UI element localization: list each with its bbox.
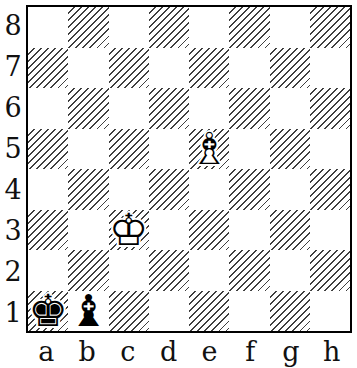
rank-label-5: 5 [0, 128, 26, 169]
rank-labels: 87654321 [0, 5, 26, 333]
square-e5[interactable]: ♝♗ [189, 129, 229, 170]
square-a6[interactable] [28, 88, 68, 129]
white-king-piece[interactable]: ♔ [109, 210, 149, 251]
square-a2[interactable] [28, 250, 68, 291]
square-f4[interactable] [229, 169, 269, 210]
square-c7[interactable] [109, 48, 149, 89]
white-bishop-piece[interactable]: ♗ [189, 129, 229, 170]
square-g2[interactable] [270, 250, 310, 291]
file-label-b: b [67, 334, 108, 368]
square-a3[interactable] [28, 210, 68, 251]
square-c2[interactable] [109, 250, 149, 291]
square-e7[interactable] [189, 48, 229, 89]
square-g7[interactable] [270, 48, 310, 89]
square-c8[interactable] [109, 7, 149, 48]
square-a5[interactable] [28, 129, 68, 170]
square-c5[interactable] [109, 129, 149, 170]
square-e6[interactable] [189, 88, 229, 129]
file-label-a: a [26, 334, 67, 368]
square-d7[interactable] [149, 48, 189, 89]
piece-halo: ♝ [68, 291, 108, 332]
square-d6[interactable] [149, 88, 189, 129]
square-b2[interactable] [68, 250, 108, 291]
square-c6[interactable] [109, 88, 149, 129]
file-label-c: c [108, 334, 149, 368]
square-b5[interactable] [68, 129, 108, 170]
file-label-h: h [311, 334, 352, 368]
square-f1[interactable] [229, 291, 269, 332]
square-h2[interactable] [310, 250, 350, 291]
square-g1[interactable] [270, 291, 310, 332]
square-c1[interactable] [109, 291, 149, 332]
rank-label-7: 7 [0, 46, 26, 87]
square-c4[interactable] [109, 169, 149, 210]
square-h4[interactable] [310, 169, 350, 210]
square-e2[interactable] [189, 250, 229, 291]
square-f3[interactable] [229, 210, 269, 251]
square-b7[interactable] [68, 48, 108, 89]
square-g4[interactable] [270, 169, 310, 210]
black-bishop-piece[interactable]: ♝ [68, 291, 108, 332]
square-a4[interactable] [28, 169, 68, 210]
square-f7[interactable] [229, 48, 269, 89]
file-label-d: d [148, 334, 189, 368]
square-h8[interactable] [310, 7, 350, 48]
square-h3[interactable] [310, 210, 350, 251]
square-d5[interactable] [149, 129, 189, 170]
square-h1[interactable] [310, 291, 350, 332]
square-f5[interactable] [229, 129, 269, 170]
square-g5[interactable] [270, 129, 310, 170]
square-d1[interactable] [149, 291, 189, 332]
square-h6[interactable] [310, 88, 350, 129]
square-c3[interactable]: ♚♔ [109, 210, 149, 251]
square-e4[interactable] [189, 169, 229, 210]
piece-halo: ♝ [189, 129, 229, 170]
square-g3[interactable] [270, 210, 310, 251]
rank-label-3: 3 [0, 210, 26, 251]
chess-position-diagram: 87654321 ♝♗♚♔♚♚♝♝ abcdefgh [0, 0, 357, 368]
square-h5[interactable] [310, 129, 350, 170]
square-e8[interactable] [189, 7, 229, 48]
rank-label-2: 2 [0, 251, 26, 292]
square-b6[interactable] [68, 88, 108, 129]
piece-halo: ♚ [109, 210, 149, 251]
rank-label-6: 6 [0, 87, 26, 128]
square-g6[interactable] [270, 88, 310, 129]
square-e1[interactable] [189, 291, 229, 332]
square-a1[interactable]: ♚♚ [28, 291, 68, 332]
file-label-f: f [230, 334, 271, 368]
square-f2[interactable] [229, 250, 269, 291]
square-h7[interactable] [310, 48, 350, 89]
square-a7[interactable] [28, 48, 68, 89]
square-d4[interactable] [149, 169, 189, 210]
piece-halo: ♚ [28, 291, 68, 332]
square-f8[interactable] [229, 7, 269, 48]
rank-label-4: 4 [0, 169, 26, 210]
file-label-g: g [271, 334, 312, 368]
square-b8[interactable] [68, 7, 108, 48]
square-d8[interactable] [149, 7, 189, 48]
rank-label-1: 1 [0, 292, 26, 333]
square-f6[interactable] [229, 88, 269, 129]
square-b4[interactable] [68, 169, 108, 210]
rank-label-8: 8 [0, 5, 26, 46]
square-d2[interactable] [149, 250, 189, 291]
square-a8[interactable] [28, 7, 68, 48]
square-b3[interactable] [68, 210, 108, 251]
file-labels: abcdefgh [26, 334, 352, 368]
chess-board: ♝♗♚♔♚♚♝♝ [26, 5, 352, 333]
square-b1[interactable]: ♝♝ [68, 291, 108, 332]
square-d3[interactable] [149, 210, 189, 251]
black-king-piece[interactable]: ♚ [28, 291, 68, 332]
file-label-e: e [189, 334, 230, 368]
square-e3[interactable] [189, 210, 229, 251]
square-g8[interactable] [270, 7, 310, 48]
